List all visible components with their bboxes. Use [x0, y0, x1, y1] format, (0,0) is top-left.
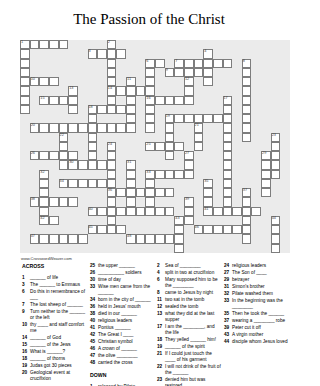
grid-gap [49, 105, 59, 114]
grid-cell[interactable] [174, 170, 184, 179]
cell-number: 45 [89, 225, 93, 229]
grid-cell[interactable] [78, 160, 88, 169]
grid-gap [251, 234, 261, 243]
grid-cell[interactable] [107, 49, 117, 58]
grid-cell[interactable] [20, 77, 30, 86]
grid-cell[interactable] [107, 207, 117, 216]
grid-gap [280, 68, 290, 77]
clue-text: two sat in the tomb [165, 297, 221, 303]
grid-cell[interactable] [203, 59, 213, 68]
grid-cell[interactable] [165, 234, 175, 243]
grid-cell[interactable] [107, 77, 117, 86]
grid-cell[interactable] [39, 207, 49, 216]
grid-cell[interactable] [242, 77, 252, 86]
grid-cell[interactable] [59, 160, 69, 169]
grid-cell[interactable] [223, 188, 233, 197]
grid-cell[interactable] [145, 188, 155, 197]
grid-cell[interactable] [165, 151, 175, 160]
grid-cell[interactable] [39, 179, 49, 188]
grid-cell[interactable] [223, 142, 233, 151]
grid-cell[interactable] [223, 105, 233, 114]
grid-cell[interactable] [107, 123, 117, 132]
grid-cell[interactable]: 33 [145, 170, 155, 179]
grid-cell[interactable] [165, 188, 175, 197]
grid-cell[interactable] [232, 225, 242, 234]
grid-cell[interactable] [174, 234, 184, 243]
grid-cell[interactable] [49, 197, 59, 206]
grid-cell[interactable]: 41 [203, 207, 213, 216]
grid-cell[interactable] [136, 188, 146, 197]
grid-cell[interactable] [194, 68, 204, 77]
grid-cell[interactable] [97, 105, 107, 114]
grid-cell[interactable] [88, 151, 98, 160]
grid-cell[interactable] [223, 133, 233, 142]
clue-text: In the beginning was the ________ [232, 298, 292, 310]
grid-cell[interactable] [107, 96, 117, 105]
grid-cell[interactable] [107, 225, 117, 234]
grid-gap [155, 133, 165, 142]
grid-gap [271, 86, 281, 95]
grid-cell[interactable]: 18 [88, 105, 98, 114]
grid-cell[interactable] [126, 188, 136, 197]
grid-cell[interactable] [155, 170, 165, 179]
grid-gap [203, 234, 213, 243]
grid-cell[interactable] [155, 142, 165, 151]
grid-cell[interactable] [251, 207, 261, 216]
grid-cell[interactable]: 8 [242, 59, 252, 68]
grid-gap [49, 49, 59, 58]
grid-cell[interactable] [184, 160, 194, 169]
grid-cell[interactable] [155, 188, 165, 197]
grid-cell[interactable] [184, 114, 194, 123]
grid-cell[interactable] [242, 234, 252, 243]
grid-cell[interactable]: 44 [271, 216, 281, 225]
grid-gap [20, 133, 30, 142]
grid-cell[interactable] [126, 207, 136, 216]
grid-gap [59, 207, 69, 216]
grid-gap [174, 151, 184, 160]
grid-cell[interactable] [194, 59, 204, 68]
grid-gap [184, 234, 194, 243]
grid-cell[interactable] [242, 225, 252, 234]
grid-gap [97, 244, 107, 253]
cell-number: 35 [204, 179, 208, 183]
cell-number: 17 [224, 96, 228, 100]
grid-cell[interactable] [174, 68, 184, 77]
grid-gap [78, 188, 88, 197]
grid-cell[interactable]: 30 [68, 160, 78, 169]
grid-cell[interactable] [126, 179, 136, 188]
grid-cell[interactable]: 4 [203, 49, 213, 58]
grid-cell[interactable] [30, 40, 40, 49]
grid-cell[interactable] [242, 216, 252, 225]
grid-gap [78, 40, 88, 49]
grid-cell[interactable] [271, 151, 281, 160]
grid-cell[interactable]: 35 [203, 179, 213, 188]
grid-cell[interactable] [68, 234, 78, 243]
grid-cell[interactable] [184, 170, 194, 179]
grid-cell[interactable] [145, 77, 155, 86]
grid-gap [78, 151, 88, 160]
grid-cell[interactable] [97, 123, 107, 132]
grid-cell[interactable] [174, 114, 184, 123]
grid-cell[interactable]: 40 [88, 207, 98, 216]
grid-cell[interactable] [165, 170, 175, 179]
grid-cell[interactable] [39, 197, 49, 206]
grid-cell[interactable] [107, 160, 117, 169]
grid-cell[interactable] [136, 207, 146, 216]
grid-cell[interactable] [145, 68, 155, 77]
grid-cell[interactable] [68, 105, 78, 114]
grid-gap [261, 123, 271, 132]
grid-cell[interactable] [194, 114, 204, 123]
grid-cell[interactable] [107, 151, 117, 160]
grid-cell[interactable] [20, 59, 30, 68]
grid-gap [78, 105, 88, 114]
grid-cell[interactable] [97, 207, 107, 216]
grid-cell[interactable] [49, 216, 59, 225]
grid-cell[interactable] [49, 234, 59, 243]
grid-cell[interactable] [165, 123, 175, 132]
grid-gap [68, 188, 78, 197]
grid-cell[interactable] [242, 86, 252, 95]
grid-cell[interactable] [20, 68, 30, 77]
grid-gap [59, 188, 69, 197]
grid-cell[interactable]: 31 [126, 160, 136, 169]
grid-cell[interactable] [155, 59, 165, 68]
grid-gap [68, 225, 78, 234]
grid-cell[interactable] [20, 96, 30, 105]
grid-cell[interactable] [39, 234, 49, 243]
grid-cell[interactable] [49, 77, 59, 86]
grid-cell[interactable] [126, 123, 136, 132]
clue-text: Sea of ________ [165, 263, 221, 269]
grid-gap [213, 40, 223, 49]
grid-cell[interactable] [59, 197, 69, 206]
grid-cell[interactable] [155, 234, 165, 243]
grid-cell[interactable] [213, 207, 223, 216]
grid-cell[interactable] [116, 225, 126, 234]
grid-gap [97, 86, 107, 95]
grid-cell[interactable]: 13 [68, 86, 78, 95]
grid-cell[interactable] [145, 123, 155, 132]
grid-gap [184, 179, 194, 188]
grid-cell[interactable]: 3 [88, 49, 98, 58]
grid-cell[interactable] [174, 225, 184, 234]
grid-cell[interactable] [271, 170, 281, 179]
grid-cell[interactable] [223, 160, 233, 169]
grid-cell[interactable] [165, 96, 175, 105]
grid-gap [30, 188, 40, 197]
grid-cell[interactable] [242, 105, 252, 114]
grid-cell[interactable]: 26 [30, 151, 40, 160]
grid-cell[interactable]: 23 [271, 133, 281, 142]
grid-cell[interactable] [165, 142, 175, 151]
grid-cell[interactable] [174, 142, 184, 151]
grid-cell[interactable] [145, 197, 155, 206]
grid-cell[interactable]: 6 [145, 59, 155, 68]
grid-cell[interactable] [194, 142, 204, 151]
clue-text: The lost sheep of ______ [30, 302, 86, 308]
grid-cell[interactable] [271, 244, 281, 253]
grid-cell[interactable] [78, 234, 88, 243]
grid-cell[interactable] [242, 207, 252, 216]
grid-cell[interactable] [184, 207, 194, 216]
grid-cell[interactable] [68, 179, 78, 188]
grid-gap [116, 216, 126, 225]
grid-cell[interactable]: 45 [88, 225, 98, 234]
grid-cell[interactable] [184, 216, 194, 225]
grid-cell[interactable] [97, 225, 107, 234]
grid-cell[interactable] [20, 105, 30, 114]
grid-gap [280, 179, 290, 188]
grid-cell[interactable] [20, 86, 30, 95]
grid-cell[interactable] [126, 114, 136, 123]
grid-cell[interactable] [136, 86, 146, 95]
grid-gap [174, 77, 184, 86]
grid-cell[interactable] [116, 86, 126, 95]
grid-gap [213, 234, 223, 243]
grid-cell[interactable] [271, 142, 281, 151]
grid-gap [136, 142, 146, 151]
grid-gap [20, 207, 30, 216]
grid-cell[interactable]: 1 [20, 40, 30, 49]
grid-gap [78, 68, 88, 77]
grid-cell[interactable] [88, 123, 98, 132]
grid-cell[interactable] [242, 197, 252, 206]
grid-cell[interactable] [203, 68, 213, 77]
grid-cell[interactable] [97, 179, 107, 188]
grid-cell[interactable]: 16 [145, 96, 155, 105]
grid-cell[interactable] [145, 105, 155, 114]
grid-gap [145, 216, 155, 225]
grid-cell[interactable]: 47 [30, 234, 40, 243]
grid-cell[interactable] [223, 59, 233, 68]
grid-cell[interactable] [155, 96, 165, 105]
grid-cell[interactable] [88, 133, 98, 142]
clue-number: 18 [22, 356, 30, 362]
grid-cell[interactable]: 34 [59, 179, 69, 188]
grid-cell[interactable] [242, 123, 252, 132]
grid-cell[interactable] [107, 179, 117, 188]
grid-cell[interactable]: 42 [39, 216, 49, 225]
grid-cell[interactable] [107, 68, 117, 77]
grid-cell[interactable] [59, 234, 69, 243]
clue-number: 17 [157, 324, 165, 336]
grid-cell[interactable] [116, 49, 126, 58]
grid-cell[interactable] [213, 59, 223, 68]
grid-cell[interactable] [242, 68, 252, 77]
grid-cell[interactable] [97, 160, 107, 169]
grid-cell[interactable]: 46 [194, 225, 204, 234]
grid-cell[interactable]: 29 [261, 151, 271, 160]
grid-cell[interactable] [126, 170, 136, 179]
grid-cell[interactable] [20, 49, 30, 58]
grid-cell[interactable]: 15 [39, 96, 49, 105]
grid-cell[interactable] [49, 40, 59, 49]
grid-cell[interactable] [59, 151, 69, 160]
grid-cell[interactable] [223, 225, 233, 234]
grid-cell[interactable] [184, 96, 194, 105]
grid-cell[interactable]: 19 [165, 114, 175, 123]
grid-cell[interactable]: 10 [30, 77, 40, 86]
grid-cell[interactable] [107, 59, 117, 68]
grid-cell[interactable] [39, 188, 49, 197]
grid-cell[interactable] [242, 96, 252, 105]
cell-number: 34 [60, 179, 64, 183]
grid-cell[interactable] [203, 77, 213, 86]
grid-cell[interactable] [59, 96, 69, 105]
grid-cell[interactable] [184, 86, 194, 95]
grid-cell[interactable] [59, 40, 69, 49]
grid-gap [126, 216, 136, 225]
grid-cell[interactable]: 14 [107, 86, 117, 95]
grid-cell[interactable] [271, 160, 281, 169]
grid-gap [97, 59, 107, 68]
grid-cell[interactable] [165, 207, 175, 216]
grid-gap [232, 123, 242, 132]
grid-cell[interactable] [145, 234, 155, 243]
grid-cell[interactable]: 48 [126, 234, 136, 243]
grid-cell[interactable]: 17 [223, 96, 233, 105]
grid-cell[interactable]: 11 [126, 77, 136, 86]
grid-cell[interactable] [145, 179, 155, 188]
clue-text: The ______ to Emmaus [30, 282, 86, 288]
grid-cell[interactable] [194, 133, 204, 142]
grid-cell[interactable]: 2 [107, 40, 117, 49]
grid-cell[interactable] [49, 96, 59, 105]
grid-cell[interactable] [39, 123, 49, 132]
grid-cell[interactable] [126, 86, 136, 95]
grid-cell[interactable]: 25 [145, 142, 155, 151]
grid-cell[interactable] [126, 197, 136, 206]
grid-cell[interactable] [184, 59, 194, 68]
grid-cell[interactable] [49, 123, 59, 132]
grid-cell[interactable]: 12 [184, 77, 194, 86]
grid-cell[interactable] [88, 114, 98, 123]
grid-cell[interactable] [107, 197, 117, 206]
grid-cell[interactable] [213, 114, 223, 123]
grid-cell[interactable]: 24 [107, 142, 117, 151]
grid-cell[interactable] [203, 188, 213, 197]
grid-cell[interactable] [116, 105, 126, 114]
grid-cell[interactable] [223, 179, 233, 188]
grid-cell[interactable] [223, 151, 233, 160]
grid-cell[interactable] [68, 197, 78, 206]
grid-cell[interactable] [165, 133, 175, 142]
grid-cell[interactable] [203, 197, 213, 206]
grid-cell[interactable] [59, 142, 69, 151]
grid-cell[interactable] [232, 207, 242, 216]
grid-cell[interactable] [68, 123, 78, 132]
grid-gap [251, 160, 261, 169]
grid-cell[interactable] [145, 114, 155, 123]
grid-cell[interactable] [261, 160, 271, 169]
grid-cell[interactable] [223, 123, 233, 132]
grid-cell[interactable] [59, 123, 69, 132]
grid-cell[interactable] [145, 207, 155, 216]
grid-cell[interactable] [203, 114, 213, 123]
grid-cell[interactable] [68, 151, 78, 160]
grid-cell[interactable] [88, 179, 98, 188]
grid-cell[interactable] [261, 170, 271, 179]
grid-cell[interactable]: 22 [59, 133, 69, 142]
grid-cell[interactable] [261, 179, 271, 188]
grid-gap [174, 179, 184, 188]
clue-text: Judas got 30 pieces [30, 363, 86, 369]
grid-cell[interactable] [88, 142, 98, 151]
grid-cell[interactable] [68, 96, 78, 105]
clue-number: 3 [22, 282, 30, 288]
grid-cell[interactable]: 32 [39, 170, 49, 179]
grid-cell[interactable]: 27 [184, 151, 194, 160]
clue-number: 21 [157, 351, 165, 363]
grid-cell[interactable]: 39 [184, 197, 194, 206]
grid-cell[interactable] [155, 207, 165, 216]
grid-cell[interactable] [39, 151, 49, 160]
grid-cell[interactable] [223, 114, 233, 123]
grid-cell[interactable] [107, 105, 117, 114]
grid-cell[interactable] [271, 225, 281, 234]
grid-cell[interactable] [116, 188, 126, 197]
grid-cell[interactable] [242, 133, 252, 142]
grid-cell[interactable] [126, 96, 136, 105]
grid-cell[interactable]: 9 [165, 68, 175, 77]
grid-cell[interactable] [213, 225, 223, 234]
grid-cell[interactable]: 38 [30, 197, 40, 206]
grid-cell[interactable] [174, 244, 184, 253]
grid-cell[interactable]: 7 [174, 59, 184, 68]
grid-cell[interactable] [203, 225, 213, 234]
cell-number: 27 [185, 151, 189, 155]
clue-number: 8 [157, 290, 165, 296]
grid-cell[interactable] [116, 123, 126, 132]
grid-cell[interactable] [223, 197, 233, 206]
grid-cell[interactable] [145, 86, 155, 95]
grid-gap [242, 170, 252, 179]
grid-cell[interactable] [242, 114, 252, 123]
grid-cell[interactable] [88, 160, 98, 169]
grid-cell[interactable]: 21 [194, 123, 204, 132]
grid-cell[interactable] [223, 170, 233, 179]
grid-cell[interactable] [184, 68, 194, 77]
grid-cell[interactable] [97, 49, 107, 58]
grid-cell[interactable]: 36 [107, 188, 117, 197]
grid-cell[interactable] [174, 96, 184, 105]
grid-cell[interactable] [78, 123, 88, 132]
grid-cell[interactable] [107, 216, 117, 225]
grid-cell[interactable] [39, 77, 49, 86]
grid-cell[interactable] [261, 188, 271, 197]
grid-cell[interactable] [107, 170, 117, 179]
grid-cell[interactable] [126, 105, 136, 114]
grid-cell[interactable] [271, 234, 281, 243]
grid-gap [49, 68, 59, 77]
grid-cell[interactable] [49, 151, 59, 160]
grid-cell[interactable] [136, 234, 146, 243]
cell-number: 46 [195, 225, 199, 229]
grid-cell[interactable]: 37 [242, 188, 252, 197]
grid-cell[interactable] [78, 179, 88, 188]
grid-gap [59, 105, 69, 114]
grid-cell[interactable] [39, 40, 49, 49]
grid-gap [20, 114, 30, 123]
cell-number: 26 [31, 151, 35, 155]
grid-cell[interactable]: 20 [30, 123, 40, 132]
grid-cell[interactable]: 43 [174, 216, 184, 225]
grid-cell[interactable] [223, 207, 233, 216]
grid-cell[interactable] [116, 207, 126, 216]
